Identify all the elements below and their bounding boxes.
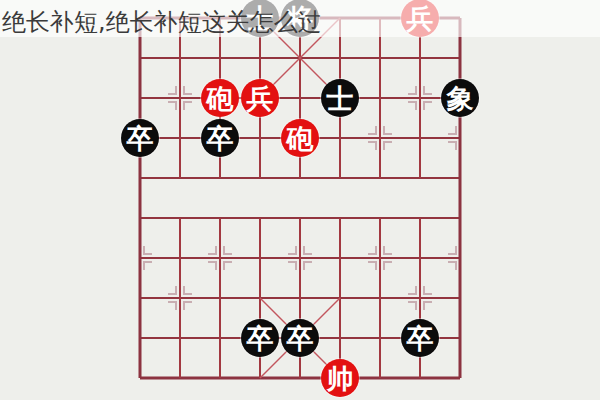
piece-red-soldier[interactable]: 兵: [241, 79, 279, 117]
puzzle-page: 士将兵砲兵士象卒卒砲卒卒卒帅 绝长补短,绝长补短这关怎么过: [0, 0, 600, 400]
piece-red-cannon[interactable]: 砲: [201, 79, 239, 117]
piece-black-advisor[interactable]: 士: [321, 79, 359, 117]
piece-black-soldier[interactable]: 卒: [241, 319, 279, 357]
piece-red-soldier[interactable]: 兵: [401, 0, 439, 37]
piece-black-soldier[interactable]: 卒: [401, 319, 439, 357]
piece-black-soldier[interactable]: 卒: [201, 119, 239, 157]
piece-black-elephant[interactable]: 象: [441, 79, 479, 117]
piece-black-soldier[interactable]: 卒: [281, 319, 319, 357]
xiangqi-board[interactable]: 士将兵砲兵士象卒卒砲卒卒卒帅: [140, 18, 460, 378]
piece-red-general[interactable]: 帅: [321, 359, 359, 397]
page-title: 绝长补短,绝长补短这关怎么过: [2, 6, 322, 38]
piece-black-soldier[interactable]: 卒: [121, 119, 159, 157]
piece-red-cannon[interactable]: 砲: [281, 119, 319, 157]
